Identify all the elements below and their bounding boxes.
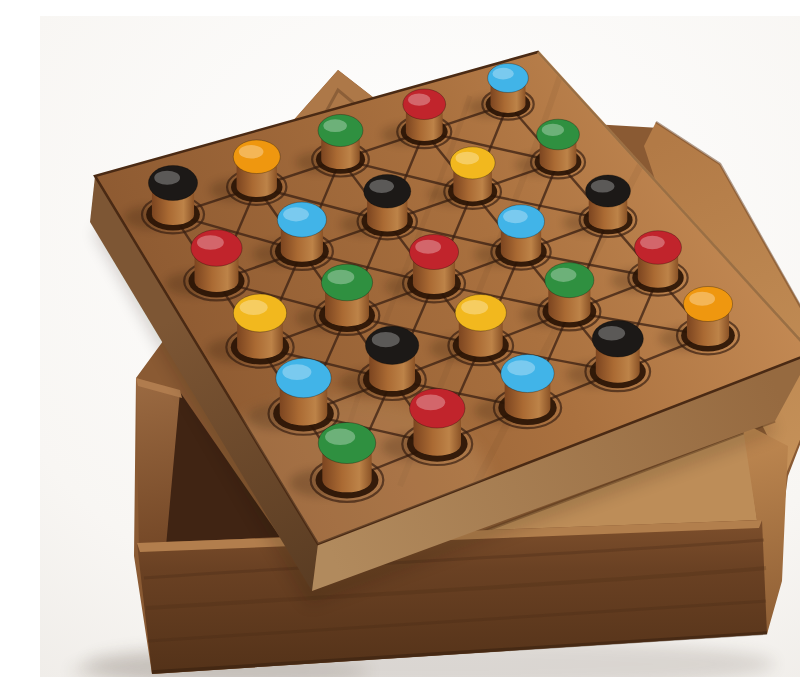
peg-r1c5-orange[interactable] — [683, 286, 732, 346]
peg-cap-gloss — [197, 235, 224, 250]
peg-cap-gloss — [689, 292, 715, 306]
peg-cap-gloss — [542, 124, 564, 136]
peg-cap-gloss — [239, 145, 264, 158]
peg-r1c2-green[interactable] — [537, 119, 580, 171]
peg-r3c5-blue[interactable] — [501, 354, 554, 419]
peg-cap-gloss — [372, 332, 400, 347]
peg-r4c1-orange[interactable] — [233, 140, 280, 197]
peg-r2c1-red[interactable] — [403, 89, 446, 141]
puzzle-photo-scene: Handmade wooden colour-match peg puzzle:… — [40, 16, 800, 677]
peg-cap-gloss — [154, 171, 180, 185]
peg-r1c1-blue[interactable] — [488, 63, 529, 112]
peg-cap-gloss — [323, 119, 347, 132]
peg-r2c3-blue[interactable] — [497, 205, 544, 262]
peg-cap-gloss — [598, 326, 625, 341]
peg-cap-gloss — [325, 429, 355, 445]
peg-r2c2-yellow[interactable] — [450, 147, 495, 202]
peg-cap-gloss — [327, 270, 354, 285]
peg-r5c5-green[interactable] — [318, 422, 376, 492]
peg-cap-gloss — [369, 179, 394, 192]
peg-r5c3-yellow[interactable] — [233, 294, 286, 359]
scene-canvas — [40, 16, 800, 677]
peg-r2c4-green[interactable] — [545, 263, 594, 323]
peg-r3c1-green[interactable] — [318, 114, 363, 169]
peg-r3c2-black[interactable] — [364, 174, 411, 231]
peg-cap-gloss — [551, 268, 577, 282]
peg-r4c5-red[interactable] — [410, 388, 465, 455]
peg-r2c5-black[interactable] — [592, 320, 643, 382]
peg-r5c1-black[interactable] — [148, 165, 197, 225]
peg-r1c3-black[interactable] — [586, 175, 631, 230]
peg-r3c3-red[interactable] — [409, 234, 458, 294]
peg-cap-gloss — [503, 210, 528, 223]
peg-cap-gloss — [416, 394, 445, 410]
peg-cap-gloss — [492, 68, 513, 80]
peg-r4c2-blue[interactable] — [277, 202, 326, 262]
peg-r4c4-black[interactable] — [365, 326, 418, 391]
peg-cap-gloss — [507, 360, 535, 375]
peg-cap-gloss — [408, 94, 430, 106]
peg-r5c2-red[interactable] — [191, 230, 242, 292]
peg-r3c4-yellow[interactable] — [455, 294, 506, 356]
peg-r5c4-blue[interactable] — [276, 358, 331, 425]
peg-cap-gloss — [461, 300, 488, 315]
peg-cap-gloss — [282, 364, 311, 380]
peg-r1c4-red[interactable] — [634, 231, 681, 288]
peg-cap-gloss — [456, 152, 480, 165]
peg-cap-gloss — [240, 300, 268, 315]
peg-r4c3-green[interactable] — [321, 264, 372, 326]
peg-cap-gloss — [640, 236, 665, 249]
peg-cap-gloss — [283, 207, 309, 221]
peg-cap-gloss — [415, 240, 441, 254]
peg-cap-gloss — [591, 180, 615, 193]
